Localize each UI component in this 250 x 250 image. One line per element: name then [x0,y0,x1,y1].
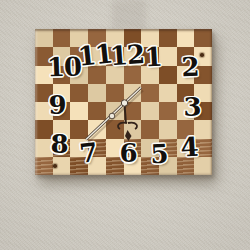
clock-numeral-2: 2 [181,54,199,81]
wood-knot [53,164,57,168]
board-square [88,102,106,120]
board-square [177,29,195,47]
board-square [159,120,177,138]
board-square [159,29,177,47]
clock-numeral-9: 9 [48,92,65,118]
clock-numeral-8: 8 [50,131,67,157]
board-square [106,102,124,120]
clock-numeral-3: 3 [183,94,200,120]
board-square [124,120,142,138]
board-square [106,120,124,138]
board-square [35,29,53,47]
board-square [124,102,142,120]
board-square [141,84,159,102]
wall-shadow-band [112,0,146,30]
clock-numeral-7: 7 [78,139,98,167]
clock-numeral-10: 10 [46,53,81,80]
clock-numeral-4: 4 [180,134,198,161]
board-square [141,102,159,120]
clock-numeral-12: 12 [109,41,145,69]
board-square [88,120,106,138]
board-square [159,84,177,102]
board-square [53,29,71,47]
board-square [141,120,159,138]
board-square [194,29,212,47]
board-square [159,102,177,120]
clock-numeral-5: 5 [150,141,168,168]
board-square [88,84,106,102]
clock-numeral-11: 11 [77,40,114,69]
board-square [35,157,53,175]
wall-photo: 121234567891011 [0,0,250,250]
board-square [70,102,88,120]
clock-numeral-1: 1 [144,44,162,71]
wood-knot [200,53,204,57]
board-square [106,84,124,102]
board-square [124,84,142,102]
board-square [70,84,88,102]
board-square [70,120,88,138]
clock-numeral-6: 6 [119,140,136,166]
